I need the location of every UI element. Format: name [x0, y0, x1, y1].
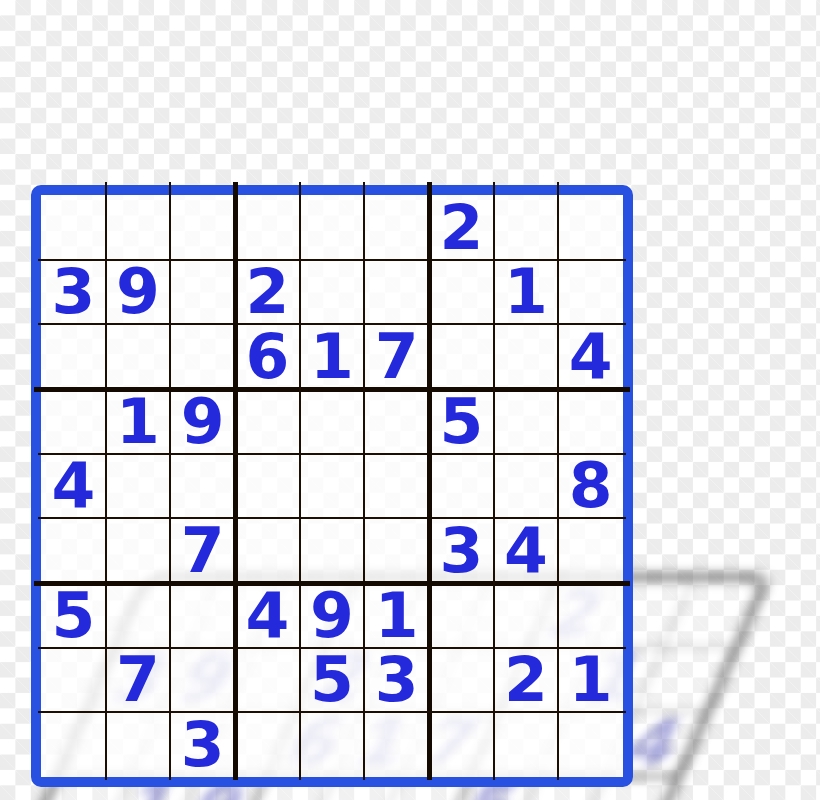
board-cell-r2c9[interactable]: [558, 260, 623, 325]
board-cell-r7c5[interactable]: 9: [300, 583, 365, 648]
board-cell-r6c8[interactable]: 4: [494, 518, 559, 583]
board-cell-r1c8[interactable]: [494, 195, 559, 260]
board-cell-r1c4[interactable]: [235, 195, 300, 260]
board-cell-r2c4[interactable]: 2: [235, 260, 300, 325]
board-cell-r9c8[interactable]: [494, 712, 559, 777]
board-cell-r9c5[interactable]: [300, 712, 365, 777]
board-cell-r4c6[interactable]: [364, 389, 429, 454]
board-cell-r6c9[interactable]: [558, 518, 623, 583]
board-cell-r2c8[interactable]: 1: [494, 260, 559, 325]
board-cell-r8c5[interactable]: 5: [300, 648, 365, 713]
board-cell-r3c6[interactable]: 7: [364, 324, 429, 389]
board-cell-r1c1[interactable]: [41, 195, 106, 260]
board-cell-r9c3[interactable]: 3: [170, 712, 235, 777]
board-cell-r8c1[interactable]: [41, 648, 106, 713]
board-cell-r8c9[interactable]: 1: [558, 648, 623, 713]
board-cell-r2c5[interactable]: [300, 260, 365, 325]
board-cell-r7c2[interactable]: [106, 583, 171, 648]
board-cell-r2c2[interactable]: 9: [106, 260, 171, 325]
cells: 239216174195487345491753213: [41, 195, 623, 777]
board-cell-r1c3[interactable]: [170, 195, 235, 260]
board-cell-r1c6[interactable]: [364, 195, 429, 260]
board-cell-r8c7[interactable]: [429, 648, 494, 713]
board-cell-r8c4[interactable]: [235, 648, 300, 713]
board-cell-r5c4[interactable]: [235, 454, 300, 519]
board-cell-r9c4[interactable]: [235, 712, 300, 777]
board-cell-r7c7[interactable]: [429, 583, 494, 648]
board-cell-r8c3[interactable]: [170, 648, 235, 713]
board-cell-r2c1[interactable]: 3: [41, 260, 106, 325]
board-cell-r4c5[interactable]: [300, 389, 365, 454]
board-cell-r4c7[interactable]: 5: [429, 389, 494, 454]
board-cell-r2c6[interactable]: [364, 260, 429, 325]
board-cell-r5c7[interactable]: [429, 454, 494, 519]
board-cell-r4c1[interactable]: [41, 389, 106, 454]
board-cell-r5c2[interactable]: [106, 454, 171, 519]
board-cell-r1c5[interactable]: [300, 195, 365, 260]
board-cell-r8c2[interactable]: 7: [106, 648, 171, 713]
board-cell-r9c1[interactable]: [41, 712, 106, 777]
board-cell-r4c2[interactable]: 1: [106, 389, 171, 454]
board-cell-r5c9[interactable]: 8: [558, 454, 623, 519]
board-cell-r1c7[interactable]: 2: [429, 195, 494, 260]
board-cell-r4c8[interactable]: [494, 389, 559, 454]
board-cell-r7c3[interactable]: [170, 583, 235, 648]
board-cell-r6c2[interactable]: [106, 518, 171, 583]
board-cell-r7c1[interactable]: 5: [41, 583, 106, 648]
board-cell-r4c4[interactable]: [235, 389, 300, 454]
board-cell-r9c9[interactable]: [558, 712, 623, 777]
board-cell-r7c8[interactable]: [494, 583, 559, 648]
board-cell-r3c7[interactable]: [429, 324, 494, 389]
board-cell-r7c4[interactable]: 4: [235, 583, 300, 648]
board-cell-r8c8[interactable]: 2: [494, 648, 559, 713]
board-cell-r7c9[interactable]: [558, 583, 623, 648]
board-cell-r1c2[interactable]: [106, 195, 171, 260]
board-cell-r8c6[interactable]: 3: [364, 648, 429, 713]
board-cell-r2c3[interactable]: [170, 260, 235, 325]
board-cell-r6c5[interactable]: [300, 518, 365, 583]
board-cell-r1c9[interactable]: [558, 195, 623, 260]
board-cell-r6c1[interactable]: [41, 518, 106, 583]
board-cell-r9c6[interactable]: [364, 712, 429, 777]
board-cell-r7c6[interactable]: 1: [364, 583, 429, 648]
board-cell-r6c7[interactable]: 3: [429, 518, 494, 583]
board-cell-r6c6[interactable]: [364, 518, 429, 583]
board-cell-r3c1[interactable]: [41, 324, 106, 389]
board-cell-r2c7[interactable]: [429, 260, 494, 325]
board-cell-r3c8[interactable]: [494, 324, 559, 389]
board-cell-r3c3[interactable]: [170, 324, 235, 389]
board-cell-r5c5[interactable]: [300, 454, 365, 519]
board-cell-r4c3[interactable]: 9: [170, 389, 235, 454]
board-cell-r6c3[interactable]: 7: [170, 518, 235, 583]
board-cell-r5c3[interactable]: [170, 454, 235, 519]
board-cell-r3c2[interactable]: [106, 324, 171, 389]
board-cell-r3c9[interactable]: 4: [558, 324, 623, 389]
board-cell-r4c9[interactable]: [558, 389, 623, 454]
board-cell-r9c7[interactable]: [429, 712, 494, 777]
board-cell-r6c4[interactable]: [235, 518, 300, 583]
board-cell-r3c5[interactable]: 1: [300, 324, 365, 389]
board-cell-r5c8[interactable]: [494, 454, 559, 519]
board-cell-r9c2[interactable]: [106, 712, 171, 777]
board-cell-r5c1[interactable]: 4: [41, 454, 106, 519]
board-cell-r3c4[interactable]: 6: [235, 324, 300, 389]
sudoku-clipart-canvas: 239216174195487345491753213 239216174195…: [0, 0, 820, 800]
sudoku-board: 239216174195487345491753213: [31, 185, 633, 787]
board-cell-r5c6[interactable]: [364, 454, 429, 519]
